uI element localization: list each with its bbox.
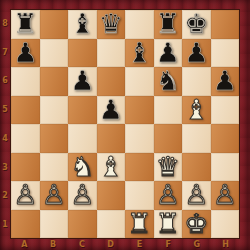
piece-white-king[interactable]: ♚ [184,210,208,238]
square-b8[interactable] [40,10,69,39]
square-g3[interactable] [182,153,211,182]
square-b1[interactable] [40,210,69,239]
piece-black-pawn[interactable]: ♟ [213,67,237,95]
board-frame: 87654321 ♜♝♛♜♚♟♝♟♟♟♞♟♟♝♞♝♛♙♙♙♙♙♙♜♜♚ ABCD… [0,0,250,250]
square-d8[interactable]: ♛ [97,10,126,39]
square-b2[interactable]: ♙ [40,181,69,210]
piece-black-pawn[interactable]: ♟ [184,39,208,67]
rank-label-8: 8 [0,9,10,38]
piece-white-pawn[interactable]: ♙ [42,181,66,209]
square-f6[interactable]: ♞ [154,67,183,96]
square-g2[interactable]: ♙ [182,181,211,210]
square-h1[interactable] [211,210,240,239]
square-a4[interactable] [11,124,40,153]
square-f4[interactable] [154,124,183,153]
file-label-a: A [10,238,39,250]
square-a6[interactable] [11,67,40,96]
square-e7[interactable]: ♝ [125,39,154,68]
piece-white-knight[interactable]: ♞ [70,153,94,181]
file-label-d: D [96,238,125,250]
square-c6[interactable]: ♟ [68,67,97,96]
square-c5[interactable] [68,96,97,125]
square-a7[interactable]: ♟ [11,39,40,68]
piece-black-rook[interactable]: ♜ [156,10,180,38]
square-f1[interactable]: ♜ [154,210,183,239]
square-e4[interactable] [125,124,154,153]
piece-black-queen[interactable]: ♛ [99,10,123,38]
square-a5[interactable] [11,96,40,125]
square-c3[interactable]: ♞ [68,153,97,182]
square-d4[interactable] [97,124,126,153]
square-g7[interactable]: ♟ [182,39,211,68]
square-e5[interactable] [125,96,154,125]
rank-label-1: 1 [0,210,10,239]
piece-white-rook[interactable]: ♜ [156,210,180,238]
square-d3[interactable]: ♝ [97,153,126,182]
piece-white-rook[interactable]: ♜ [127,210,151,238]
square-f5[interactable] [154,96,183,125]
square-g6[interactable] [182,67,211,96]
piece-white-pawn[interactable]: ♙ [184,181,208,209]
piece-black-rook[interactable]: ♜ [13,10,37,38]
square-c1[interactable] [68,210,97,239]
square-a2[interactable]: ♙ [11,181,40,210]
rank-label-6: 6 [0,67,10,96]
file-label-b: B [39,238,68,250]
square-d7[interactable] [97,39,126,68]
piece-black-pawn[interactable]: ♟ [99,96,123,124]
square-g4[interactable] [182,124,211,153]
piece-black-king[interactable]: ♚ [184,10,208,38]
rank-labels: 87654321 [0,9,10,239]
square-e2[interactable] [125,181,154,210]
square-f3[interactable]: ♛ [154,153,183,182]
file-label-f: F [154,238,183,250]
file-label-h: H [211,238,240,250]
square-c4[interactable] [68,124,97,153]
square-b3[interactable] [40,153,69,182]
rank-label-3: 3 [0,153,10,182]
square-b6[interactable] [40,67,69,96]
square-g1[interactable]: ♚ [182,210,211,239]
rank-label-4: 4 [0,124,10,153]
piece-black-pawn[interactable]: ♟ [13,39,37,67]
piece-white-bishop[interactable]: ♝ [184,96,208,124]
rank-label-5: 5 [0,95,10,124]
piece-black-knight[interactable]: ♞ [156,67,180,95]
square-d2[interactable] [97,181,126,210]
piece-white-pawn[interactable]: ♙ [213,181,237,209]
square-f8[interactable]: ♜ [154,10,183,39]
piece-black-pawn[interactable]: ♟ [70,67,94,95]
square-f7[interactable]: ♟ [154,39,183,68]
square-h8[interactable] [211,10,240,39]
square-e1[interactable]: ♜ [125,210,154,239]
square-c7[interactable] [68,39,97,68]
square-c2[interactable]: ♙ [68,181,97,210]
square-a3[interactable] [11,153,40,182]
square-d5[interactable]: ♟ [97,96,126,125]
chess-board: ♜♝♛♜♚♟♝♟♟♟♞♟♟♝♞♝♛♙♙♙♙♙♙♜♜♚ [10,9,240,239]
square-b4[interactable] [40,124,69,153]
square-h3[interactable] [211,153,240,182]
square-h5[interactable] [211,96,240,125]
square-e6[interactable] [125,67,154,96]
piece-white-queen[interactable]: ♛ [156,153,180,181]
square-b7[interactable] [40,39,69,68]
piece-white-bishop[interactable]: ♝ [99,153,123,181]
piece-white-pawn[interactable]: ♙ [13,181,37,209]
file-label-e: E [125,238,154,250]
rank-label-2: 2 [0,182,10,211]
square-h4[interactable] [211,124,240,153]
piece-white-pawn[interactable]: ♙ [70,181,94,209]
square-f2[interactable]: ♙ [154,181,183,210]
square-h6[interactable]: ♟ [211,67,240,96]
square-e8[interactable] [125,10,154,39]
square-h2[interactable]: ♙ [211,181,240,210]
square-d1[interactable] [97,210,126,239]
square-e3[interactable] [125,153,154,182]
piece-black-bishop[interactable]: ♝ [70,10,94,38]
piece-white-pawn[interactable]: ♙ [156,181,180,209]
file-label-c: C [68,238,97,250]
square-a8[interactable]: ♜ [11,10,40,39]
square-g5[interactable]: ♝ [182,96,211,125]
square-a1[interactable] [11,210,40,239]
square-h7[interactable] [211,39,240,68]
file-labels: ABCDEFGH [10,238,240,250]
square-b5[interactable] [40,96,69,125]
piece-black-pawn[interactable]: ♟ [156,39,180,67]
square-g8[interactable]: ♚ [182,10,211,39]
piece-black-bishop[interactable]: ♝ [127,39,151,67]
rank-label-7: 7 [0,38,10,67]
file-label-g: G [183,238,212,250]
square-c8[interactable]: ♝ [68,10,97,39]
square-d6[interactable] [97,67,126,96]
